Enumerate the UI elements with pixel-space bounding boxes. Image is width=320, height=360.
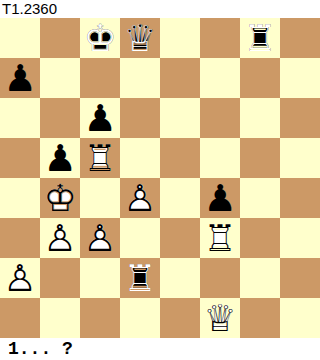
square-g6[interactable] [240, 98, 280, 138]
square-c5[interactable]: ♜♖ [80, 138, 120, 178]
piece-white-rook[interactable]: ♜♖ [200, 218, 240, 258]
square-c6[interactable]: ♟ [80, 98, 120, 138]
square-a6[interactable] [0, 98, 40, 138]
piece-black-pawn[interactable]: ♟ [40, 138, 80, 178]
piece-white-pawn[interactable]: ♟♙ [80, 218, 120, 258]
square-e2[interactable] [160, 258, 200, 298]
square-e1[interactable] [160, 298, 200, 338]
square-a4[interactable] [0, 178, 40, 218]
piece-black-queen[interactable]: ♛♕ [120, 18, 160, 58]
square-h3[interactable] [280, 218, 320, 258]
square-g8[interactable]: ♜♖ [240, 18, 280, 58]
square-d4[interactable]: ♟♙ [120, 178, 160, 218]
square-f7[interactable] [200, 58, 240, 98]
square-a3[interactable] [0, 218, 40, 258]
square-g5[interactable] [240, 138, 280, 178]
square-h6[interactable] [280, 98, 320, 138]
square-f4[interactable]: ♟ [200, 178, 240, 218]
puzzle-id-title: T1.2360 [0, 0, 320, 18]
piece-white-rook[interactable]: ♜♖ [80, 138, 120, 178]
piece-white-king[interactable]: ♚♔ [40, 178, 80, 218]
square-a5[interactable] [0, 138, 40, 178]
square-e7[interactable] [160, 58, 200, 98]
square-d1[interactable] [120, 298, 160, 338]
square-c2[interactable] [80, 258, 120, 298]
square-g2[interactable] [240, 258, 280, 298]
square-g1[interactable] [240, 298, 280, 338]
square-b4[interactable]: ♚♔ [40, 178, 80, 218]
square-b7[interactable] [40, 58, 80, 98]
square-d8[interactable]: ♛♕ [120, 18, 160, 58]
square-f5[interactable] [200, 138, 240, 178]
piece-white-pawn[interactable]: ♟♙ [0, 258, 40, 298]
square-a2[interactable]: ♟♙ [0, 258, 40, 298]
piece-white-pawn[interactable]: ♟♙ [120, 178, 160, 218]
chess-training-window: T1.2360 ♚♔♛♕♜♖♟♟♟♜♖♚♔♟♙♟♟♙♟♙♜♖♟♙♜♖♛♕ 1..… [0, 0, 320, 360]
square-f6[interactable] [200, 98, 240, 138]
square-e5[interactable] [160, 138, 200, 178]
square-f3[interactable]: ♜♖ [200, 218, 240, 258]
square-h2[interactable] [280, 258, 320, 298]
square-h5[interactable] [280, 138, 320, 178]
square-b5[interactable]: ♟ [40, 138, 80, 178]
piece-black-king[interactable]: ♚♔ [80, 18, 120, 58]
square-b2[interactable] [40, 258, 80, 298]
square-c3[interactable]: ♟♙ [80, 218, 120, 258]
square-d7[interactable] [120, 58, 160, 98]
move-prompt: 1... ? [0, 338, 320, 360]
square-b3[interactable]: ♟♙ [40, 218, 80, 258]
square-c4[interactable] [80, 178, 120, 218]
piece-black-pawn[interactable]: ♟ [200, 178, 240, 218]
piece-black-rook[interactable]: ♜♖ [240, 18, 280, 58]
square-h8[interactable] [280, 18, 320, 58]
chess-board: ♚♔♛♕♜♖♟♟♟♜♖♚♔♟♙♟♟♙♟♙♜♖♟♙♜♖♛♕ [0, 18, 320, 338]
square-e3[interactable] [160, 218, 200, 258]
square-a7[interactable]: ♟ [0, 58, 40, 98]
piece-black-pawn[interactable]: ♟ [80, 98, 120, 138]
square-d5[interactable] [120, 138, 160, 178]
square-f1[interactable]: ♛♕ [200, 298, 240, 338]
square-b8[interactable] [40, 18, 80, 58]
square-f8[interactable] [200, 18, 240, 58]
piece-black-rook[interactable]: ♜♖ [120, 258, 160, 298]
square-e4[interactable] [160, 178, 200, 218]
square-d6[interactable] [120, 98, 160, 138]
square-d3[interactable] [120, 218, 160, 258]
square-h1[interactable] [280, 298, 320, 338]
square-h7[interactable] [280, 58, 320, 98]
piece-white-queen[interactable]: ♛♕ [200, 298, 240, 338]
square-b1[interactable] [40, 298, 80, 338]
square-c7[interactable] [80, 58, 120, 98]
square-a1[interactable] [0, 298, 40, 338]
piece-white-pawn[interactable]: ♟♙ [40, 218, 80, 258]
square-f2[interactable] [200, 258, 240, 298]
square-g4[interactable] [240, 178, 280, 218]
piece-black-pawn[interactable]: ♟ [0, 58, 40, 98]
square-h4[interactable] [280, 178, 320, 218]
square-a8[interactable] [0, 18, 40, 58]
square-c1[interactable] [80, 298, 120, 338]
square-c8[interactable]: ♚♔ [80, 18, 120, 58]
square-e6[interactable] [160, 98, 200, 138]
square-b6[interactable] [40, 98, 80, 138]
square-e8[interactable] [160, 18, 200, 58]
square-d2[interactable]: ♜♖ [120, 258, 160, 298]
square-g7[interactable] [240, 58, 280, 98]
square-g3[interactable] [240, 218, 280, 258]
